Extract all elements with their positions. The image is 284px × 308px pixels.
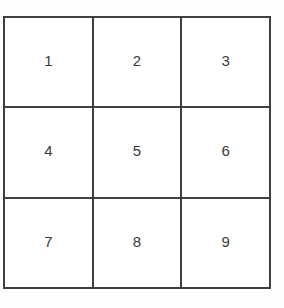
cell-r2c3[interactable]: 6 [182,108,269,196]
cell-r1c3[interactable]: 3 [182,18,269,106]
cell-r2c1[interactable]: 4 [5,108,92,196]
numbered-grid-board: 1 2 3 4 5 6 7 8 9 [3,16,271,289]
cell-r3c2[interactable]: 8 [94,199,181,287]
cell-r3c1[interactable]: 7 [5,199,92,287]
cell-r2c2[interactable]: 5 [94,108,181,196]
cell-r3c3[interactable]: 9 [182,199,269,287]
cell-r1c1[interactable]: 1 [5,18,92,106]
cell-r1c2[interactable]: 2 [94,18,181,106]
